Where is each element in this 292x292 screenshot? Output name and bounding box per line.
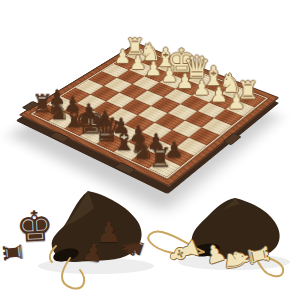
spilled-black-knight-piece: ♞ [116,232,149,263]
board-hinge-clasp [222,133,241,145]
board-foot [114,162,136,175]
spilled-white-bishop-piece: ♝ [161,230,206,273]
white-pawn-piece[interactable]: ♟ [210,84,228,104]
chess-board[interactable]: ♜♞♝♚♛♝♞♜♟♟♟♟♟♟♟♟♟♟♟♟♟♟♟♟♜♞♝♚♛♝♞♜ [18,43,279,187]
left-pouch-fold [64,191,94,226]
white-pawn-piece[interactable]: ♟ [227,91,245,111]
board-foot [49,131,70,142]
black-rook-piece[interactable]: ♜ [148,145,172,172]
white-pawn-piece[interactable]: ♟ [145,59,162,78]
white-pawn-piece[interactable]: ♟ [193,78,211,98]
spilled-black-pawn-piece: ♟ [80,240,105,267]
left-pouch-cord [50,246,84,289]
spilled-white-rook-piece: ♜ [244,242,273,269]
board-grid: ♜♞♝♚♛♝♞♜♟♟♟♟♟♟♟♟♟♟♟♟♟♟♟♟♜♞♝♚♛♝♞♜ [33,49,266,177]
product-photo-stage: ♚ ♜ ♟ ♟ ♞ ♝ ♟ ♞ ♜ ♜♞♝♚♛♝♞♜♟♟♟♟♟♟♟♟♟♟♟♟♟♟… [0,0,292,292]
spilled-black-rook-piece: ♜ [0,240,27,265]
left-pouch-mouth [52,246,80,264]
white-pawn-piece[interactable]: ♟ [177,71,194,90]
right-pouch-fold [208,198,240,216]
